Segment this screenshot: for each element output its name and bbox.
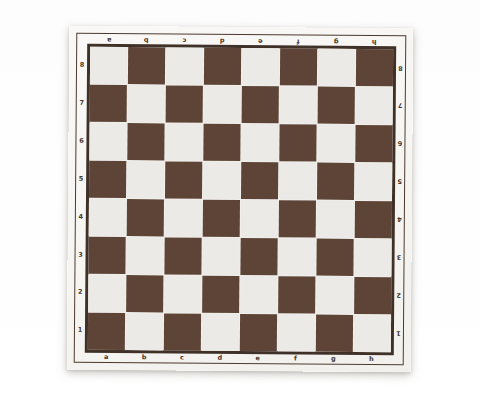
square-g5[interactable] <box>317 162 354 199</box>
rank-label-2: 2 <box>394 276 403 314</box>
square-b3[interactable] <box>126 237 163 274</box>
square-d7[interactable] <box>203 85 240 122</box>
file-label-d: d <box>201 353 239 362</box>
square-h7[interactable] <box>355 86 392 123</box>
square-c7[interactable] <box>165 85 202 122</box>
file-label-b: b <box>125 353 163 362</box>
square-b8[interactable] <box>127 47 164 84</box>
square-b7[interactable] <box>127 85 164 122</box>
square-c3[interactable] <box>164 237 201 274</box>
square-d8[interactable] <box>203 47 240 84</box>
square-f8[interactable] <box>279 48 316 85</box>
square-a6[interactable] <box>89 122 126 159</box>
square-c2[interactable] <box>164 275 201 312</box>
file-label-c: c <box>165 35 203 44</box>
square-f7[interactable] <box>279 86 316 123</box>
square-h8[interactable] <box>355 48 392 85</box>
square-d6[interactable] <box>203 123 240 160</box>
rank-label-4: 4 <box>394 200 403 238</box>
square-h5[interactable] <box>355 162 392 199</box>
rank-label-6: 6 <box>395 124 404 162</box>
square-g7[interactable] <box>317 86 354 123</box>
rank-label-6: 6 <box>77 122 86 160</box>
rank-label-8: 8 <box>77 46 86 84</box>
square-f5[interactable] <box>279 162 316 199</box>
square-d1[interactable] <box>201 313 238 350</box>
square-a1[interactable] <box>87 312 124 349</box>
square-f1[interactable] <box>277 314 314 351</box>
board-grid <box>84 43 395 354</box>
square-a4[interactable] <box>88 198 125 235</box>
square-c5[interactable] <box>165 161 202 198</box>
square-a5[interactable] <box>89 160 126 197</box>
rank-label-5: 5 <box>77 160 86 198</box>
square-g8[interactable] <box>317 48 354 85</box>
square-g1[interactable] <box>315 314 352 351</box>
square-d3[interactable] <box>202 237 239 274</box>
square-e4[interactable] <box>240 200 277 237</box>
square-c6[interactable] <box>165 123 202 160</box>
file-label-f: f <box>279 36 317 45</box>
square-g2[interactable] <box>316 276 353 313</box>
square-b6[interactable] <box>127 123 164 160</box>
square-g4[interactable] <box>316 200 353 237</box>
square-g6[interactable] <box>317 124 354 161</box>
square-h6[interactable] <box>355 124 392 161</box>
file-label-b: b <box>128 35 166 44</box>
rank-label-3: 3 <box>394 238 403 276</box>
square-e5[interactable] <box>241 162 278 199</box>
rank-label-3: 3 <box>76 236 85 274</box>
file-label-g: g <box>314 354 352 363</box>
rank-label-2: 2 <box>76 273 85 311</box>
square-c4[interactable] <box>164 199 201 236</box>
chessboard-mat: abcdefgh abcdefgh 87654321 87654321 <box>67 26 414 373</box>
file-label-f: f <box>277 354 315 363</box>
file-label-c: c <box>163 353 201 362</box>
square-h2[interactable] <box>354 276 391 313</box>
square-f3[interactable] <box>278 238 315 275</box>
file-label-d: d <box>203 35 241 44</box>
square-e1[interactable] <box>239 314 276 351</box>
square-h3[interactable] <box>354 238 391 275</box>
square-b2[interactable] <box>126 275 163 312</box>
square-e2[interactable] <box>240 276 277 313</box>
square-e6[interactable] <box>241 124 278 161</box>
square-b5[interactable] <box>127 161 164 198</box>
file-label-a: a <box>90 34 128 43</box>
square-f4[interactable] <box>278 200 315 237</box>
rank-label-5: 5 <box>394 162 403 200</box>
file-label-a: a <box>87 352 125 361</box>
photo-background: abcdefgh abcdefgh 87654321 87654321 <box>0 0 480 406</box>
square-d4[interactable] <box>202 199 239 236</box>
square-h1[interactable] <box>353 314 390 351</box>
square-e8[interactable] <box>241 48 278 85</box>
board-area <box>84 43 395 354</box>
rank-label-7: 7 <box>395 87 404 125</box>
square-f6[interactable] <box>279 124 316 161</box>
file-label-g: g <box>317 36 355 45</box>
square-g3[interactable] <box>316 238 353 275</box>
rank-label-1: 1 <box>75 311 84 349</box>
square-a2[interactable] <box>88 274 125 311</box>
square-a3[interactable] <box>88 236 125 273</box>
square-d2[interactable] <box>202 275 239 312</box>
file-label-e: e <box>241 36 279 45</box>
rank-label-1: 1 <box>393 314 402 352</box>
rank-label-4: 4 <box>76 198 85 236</box>
square-h4[interactable] <box>354 200 391 237</box>
square-a8[interactable] <box>89 46 126 83</box>
square-a7[interactable] <box>89 84 126 121</box>
rank-label-7: 7 <box>77 84 86 122</box>
square-c8[interactable] <box>165 47 202 84</box>
file-label-h: h <box>355 36 393 45</box>
square-e3[interactable] <box>240 238 277 275</box>
rank-label-8: 8 <box>395 49 404 87</box>
square-f2[interactable] <box>278 276 315 313</box>
square-e7[interactable] <box>241 86 278 123</box>
square-d5[interactable] <box>203 161 240 198</box>
file-label-e: e <box>239 353 277 362</box>
square-b1[interactable] <box>125 313 162 350</box>
square-c1[interactable] <box>163 313 200 350</box>
square-b4[interactable] <box>126 199 163 236</box>
file-label-h: h <box>352 354 390 363</box>
